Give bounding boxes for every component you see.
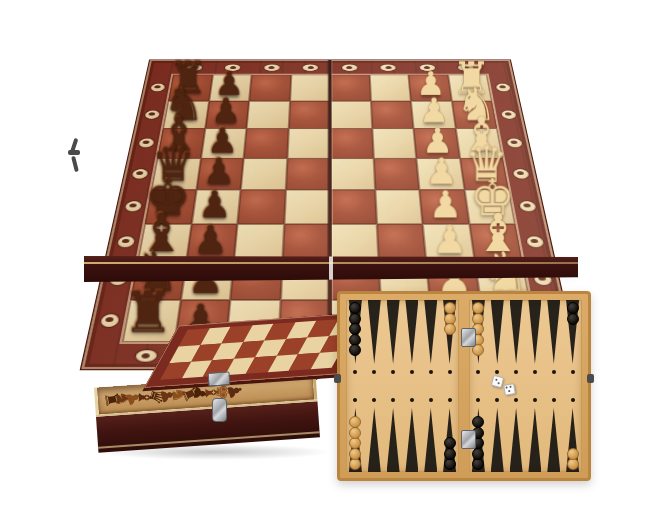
backgammon-point xyxy=(528,408,541,472)
chess-square xyxy=(284,190,330,224)
backgammon-point xyxy=(491,408,504,472)
border-medallion-ornament xyxy=(381,64,397,70)
chess-square xyxy=(330,75,370,101)
chess-square xyxy=(376,224,426,260)
drilled-dot xyxy=(533,398,537,402)
drilled-dot xyxy=(372,398,376,402)
backgammon-point xyxy=(387,408,400,472)
wood-checker xyxy=(567,448,579,460)
chess-square xyxy=(370,101,413,129)
chess-square xyxy=(290,75,330,101)
drilled-dot xyxy=(410,370,414,374)
drilled-dot xyxy=(476,370,480,374)
hinge-icon-top xyxy=(461,328,476,347)
backgammon-point xyxy=(424,300,437,364)
black-checker xyxy=(567,313,579,325)
lid-checker-grid xyxy=(160,318,359,380)
chess-square xyxy=(369,75,411,101)
open-chess-board-photo: ♜♟♟♜♞♟♟♞♝♟♟♝♛♟♟♛♚♟♟♚♝♟♟♝♞♟♟♞♜♟♟♜ xyxy=(70,4,590,304)
chess-square xyxy=(330,224,378,260)
drilled-dot xyxy=(391,370,395,374)
backgammon-point xyxy=(491,300,504,364)
chess-square xyxy=(234,224,284,260)
border-medallion-ornament xyxy=(264,64,280,70)
backgammon-point xyxy=(510,300,523,364)
drilled-dot xyxy=(372,370,376,374)
chess-square xyxy=(287,129,330,159)
border-medallion-ornament xyxy=(495,84,510,92)
drilled-dot xyxy=(495,398,499,402)
border-medallion-ornament xyxy=(303,64,318,70)
wood-checker xyxy=(349,427,361,439)
backgammon-point xyxy=(424,408,437,472)
chess-square xyxy=(288,101,330,129)
wood-checker xyxy=(567,458,579,470)
drilled-dot xyxy=(429,370,433,374)
chess-square xyxy=(241,158,287,190)
clasp-knob-left-icon xyxy=(334,374,341,383)
chess-square xyxy=(282,224,330,260)
backgammon-point xyxy=(368,408,381,472)
black-pawn-piece: ♟ xyxy=(193,221,228,260)
backgammon-point xyxy=(547,300,560,364)
clasp-body xyxy=(68,150,80,155)
backgammon-point xyxy=(405,408,418,472)
black-checker xyxy=(444,437,456,449)
front-clasp-icon xyxy=(212,398,227,422)
black-checker xyxy=(444,448,456,460)
clasp-knob-right-icon xyxy=(587,374,594,383)
drilled-dot xyxy=(429,398,433,402)
drilled-dot xyxy=(448,398,452,402)
backgammon-board xyxy=(337,291,591,481)
drilled-dot xyxy=(353,370,357,374)
clasp-hook-bottom xyxy=(71,156,79,172)
chess-square xyxy=(330,158,375,190)
hinge-icon-bottom xyxy=(461,430,476,449)
chess-square xyxy=(244,129,289,159)
drilled-dot xyxy=(571,370,575,374)
black-checker xyxy=(444,458,456,470)
chess-square xyxy=(375,190,423,224)
drilled-dot xyxy=(448,370,452,374)
white-pawn-piece: ♟ xyxy=(433,221,468,260)
border-medallion-ornament xyxy=(342,64,357,70)
chess-square xyxy=(330,129,373,159)
board-side-clasp-icon xyxy=(66,138,84,174)
drilled-dot xyxy=(514,398,518,402)
backgammon-point xyxy=(510,408,523,472)
backgammon-point xyxy=(368,300,381,364)
chess-square xyxy=(249,75,291,101)
backgammon-point xyxy=(547,408,560,472)
backgammon-point xyxy=(405,300,418,364)
drilled-dot xyxy=(495,370,499,374)
chess-square xyxy=(285,158,330,190)
backgammon-point xyxy=(528,300,541,364)
chess-square xyxy=(372,129,417,159)
drilled-dot xyxy=(571,398,575,402)
box-body: ♜♞♟♝♛♟♞♜♟♝♚♟ xyxy=(94,372,320,453)
black-checker xyxy=(472,448,484,460)
wood-checker xyxy=(349,437,361,449)
wood-checker xyxy=(444,323,456,335)
drilled-dot xyxy=(514,370,518,374)
drilled-dot xyxy=(533,370,537,374)
wood-checker xyxy=(349,416,361,428)
chess-square xyxy=(373,158,419,190)
drilled-dot xyxy=(353,398,357,402)
drilled-dot xyxy=(552,398,556,402)
chess-square xyxy=(330,190,376,224)
border-medallion-ornament xyxy=(500,110,516,118)
drilled-dot xyxy=(552,370,556,374)
black-checker xyxy=(472,416,484,428)
black-checker xyxy=(349,344,361,356)
drilled-dot xyxy=(410,398,414,402)
drilled-dot xyxy=(391,398,395,402)
backgammon-right-half xyxy=(469,300,582,472)
backgammon-left-half xyxy=(346,300,459,472)
drilled-dot xyxy=(476,398,480,402)
wood-checker xyxy=(349,448,361,460)
chess-square xyxy=(246,101,289,129)
lid-hasp-icon xyxy=(208,371,231,387)
die-icon-2 xyxy=(503,383,516,396)
chess-square xyxy=(237,190,285,224)
chess-square xyxy=(330,101,372,129)
folded-chess-box: ♜♞♟♝♛♟♞♜♟♝♚♟ xyxy=(92,322,338,472)
backgammon-point xyxy=(387,300,400,364)
